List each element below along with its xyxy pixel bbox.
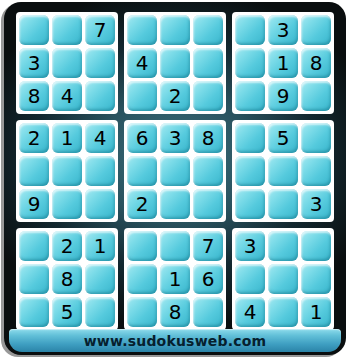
cell-r9c6[interactable] [193,297,223,327]
cell-r3c7[interactable] [235,81,265,111]
cell-r2c7[interactable] [235,48,265,78]
cell-r2c8[interactable]: 1 [268,48,298,78]
cell-r3c4[interactable] [127,81,157,111]
cell-r4c2[interactable]: 1 [52,123,82,153]
cell-r5c6[interactable] [193,156,223,186]
page-background: 7384423189214963825321857168341 www.sudo… [0,0,350,360]
cell-r2c3[interactable] [85,48,115,78]
cell-r7c2[interactable]: 2 [52,231,82,261]
cell-r4c4[interactable]: 6 [127,123,157,153]
cell-r5c5[interactable] [160,156,190,186]
cell-r8c9[interactable] [301,264,331,294]
cell-r4c9[interactable] [301,123,331,153]
cell-r2c4[interactable]: 4 [127,48,157,78]
cell-r6c5[interactable] [160,189,190,219]
cell-r9c5[interactable]: 8 [160,297,190,327]
cell-r7c4[interactable] [127,231,157,261]
cell-r7c8[interactable] [268,231,298,261]
cell-r6c7[interactable] [235,189,265,219]
cell-r9c7[interactable]: 4 [235,297,265,327]
cell-r8c2[interactable]: 8 [52,264,82,294]
cell-r3c5[interactable]: 2 [160,81,190,111]
cell-r3c3[interactable] [85,81,115,111]
cell-r7c9[interactable] [301,231,331,261]
cell-r3c8[interactable]: 9 [268,81,298,111]
sudoku-box-1-0: 2149 [16,120,118,222]
cell-r5c2[interactable] [52,156,82,186]
cell-r9c4[interactable] [127,297,157,327]
cell-r9c9[interactable]: 1 [301,297,331,327]
cell-r3c6[interactable] [193,81,223,111]
cell-r3c1[interactable]: 8 [19,81,49,111]
cell-r2c9[interactable]: 8 [301,48,331,78]
website-link[interactable]: www.sudokusweb.com [84,333,267,349]
cell-r6c8[interactable] [268,189,298,219]
cell-r2c2[interactable] [52,48,82,78]
cell-r1c3[interactable]: 7 [85,15,115,45]
cell-r7c6[interactable]: 7 [193,231,223,261]
cell-r4c8[interactable]: 5 [268,123,298,153]
sudoku-box-2-2: 341 [232,228,334,330]
cell-r1c8[interactable]: 3 [268,15,298,45]
cell-r1c6[interactable] [193,15,223,45]
cell-r4c7[interactable] [235,123,265,153]
cell-r4c5[interactable]: 3 [160,123,190,153]
cell-r1c2[interactable] [52,15,82,45]
cell-r6c4[interactable]: 2 [127,189,157,219]
cell-r8c5[interactable]: 1 [160,264,190,294]
cell-r6c6[interactable] [193,189,223,219]
cell-r1c1[interactable] [19,15,49,45]
cell-r8c7[interactable] [235,264,265,294]
sudoku-box-0-1: 42 [124,12,226,114]
cell-r7c3[interactable]: 1 [85,231,115,261]
cell-r6c9[interactable]: 3 [301,189,331,219]
footer-bar: www.sudokusweb.com [9,329,341,352]
sudoku-box-0-2: 3189 [232,12,334,114]
cell-r5c9[interactable] [301,156,331,186]
cell-r9c8[interactable] [268,297,298,327]
cell-r2c6[interactable] [193,48,223,78]
cell-r1c4[interactable] [127,15,157,45]
sudoku-widget: 7384423189214963825321857168341 www.sudo… [4,2,346,355]
cell-r7c5[interactable] [160,231,190,261]
cell-r1c9[interactable] [301,15,331,45]
cell-r2c5[interactable] [160,48,190,78]
sudoku-box-1-1: 6382 [124,120,226,222]
cell-r8c3[interactable] [85,264,115,294]
cell-r4c3[interactable]: 4 [85,123,115,153]
cell-r6c3[interactable] [85,189,115,219]
cell-r6c1[interactable]: 9 [19,189,49,219]
cell-r9c1[interactable] [19,297,49,327]
cell-r2c1[interactable]: 3 [19,48,49,78]
cell-r3c9[interactable] [301,81,331,111]
cell-r5c8[interactable] [268,156,298,186]
cell-r8c1[interactable] [19,264,49,294]
sudoku-board: 7384423189214963825321857168341 [4,12,346,330]
cell-r5c1[interactable] [19,156,49,186]
cell-r1c7[interactable] [235,15,265,45]
cell-r5c7[interactable] [235,156,265,186]
cell-r5c3[interactable] [85,156,115,186]
cell-r8c6[interactable]: 6 [193,264,223,294]
cell-r7c1[interactable] [19,231,49,261]
cell-r8c4[interactable] [127,264,157,294]
cell-r3c2[interactable]: 4 [52,81,82,111]
sudoku-box-1-2: 53 [232,120,334,222]
cell-r1c5[interactable] [160,15,190,45]
cell-r8c8[interactable] [268,264,298,294]
sudoku-box-2-0: 2185 [16,228,118,330]
cell-r9c2[interactable]: 5 [52,297,82,327]
cell-r7c7[interactable]: 3 [235,231,265,261]
cell-r9c3[interactable] [85,297,115,327]
sudoku-box-2-1: 7168 [124,228,226,330]
cell-r6c2[interactable] [52,189,82,219]
cell-r4c1[interactable]: 2 [19,123,49,153]
cell-r5c4[interactable] [127,156,157,186]
sudoku-box-0-0: 7384 [16,12,118,114]
cell-r4c6[interactable]: 8 [193,123,223,153]
